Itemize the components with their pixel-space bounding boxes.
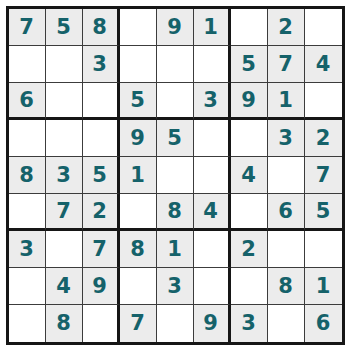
cell-r3c6[interactable]: 3 xyxy=(194,83,231,120)
cell-r5c3[interactable]: 5 xyxy=(83,157,120,194)
cell-r8c9[interactable]: 1 xyxy=(305,268,342,305)
cell-r8c6[interactable] xyxy=(194,268,231,305)
cell-r6c7[interactable] xyxy=(231,194,268,231)
cell-r4c4[interactable]: 9 xyxy=(120,120,157,157)
cell-r1c4[interactable] xyxy=(120,9,157,46)
cell-r7c8[interactable] xyxy=(268,231,305,268)
cell-r7c9[interactable] xyxy=(305,231,342,268)
cell-r1c9[interactable] xyxy=(305,9,342,46)
cell-r2c3[interactable]: 3 xyxy=(83,46,120,83)
cell-r1c1[interactable]: 7 xyxy=(9,9,46,46)
cell-r1c3[interactable]: 8 xyxy=(83,9,120,46)
cell-r8c5[interactable]: 3 xyxy=(157,268,194,305)
cell-r8c4[interactable] xyxy=(120,268,157,305)
cell-r1c7[interactable] xyxy=(231,9,268,46)
cell-r3c1[interactable]: 6 xyxy=(9,83,46,120)
cell-r6c4[interactable] xyxy=(120,194,157,231)
cell-r9c9[interactable]: 6 xyxy=(305,305,342,342)
cell-r7c6[interactable] xyxy=(194,231,231,268)
page: 7589123574653919532835147728465378124938… xyxy=(0,0,350,350)
cell-r8c2[interactable]: 4 xyxy=(46,268,83,305)
cell-r8c3[interactable]: 9 xyxy=(83,268,120,305)
cell-r1c2[interactable]: 5 xyxy=(46,9,83,46)
cell-r5c8[interactable] xyxy=(268,157,305,194)
cell-r2c9[interactable]: 4 xyxy=(305,46,342,83)
cell-r7c4[interactable]: 8 xyxy=(120,231,157,268)
cell-r4c3[interactable] xyxy=(83,120,120,157)
cell-r7c1[interactable]: 3 xyxy=(9,231,46,268)
cell-r9c7[interactable]: 3 xyxy=(231,305,268,342)
cell-r7c3[interactable]: 7 xyxy=(83,231,120,268)
cell-r1c8[interactable]: 2 xyxy=(268,9,305,46)
cell-r3c9[interactable] xyxy=(305,83,342,120)
cell-r7c7[interactable]: 2 xyxy=(231,231,268,268)
cell-r4c9[interactable]: 2 xyxy=(305,120,342,157)
cell-r6c1[interactable] xyxy=(9,194,46,231)
cell-r3c7[interactable]: 9 xyxy=(231,83,268,120)
cell-r9c1[interactable] xyxy=(9,305,46,342)
cell-r3c3[interactable] xyxy=(83,83,120,120)
cell-r2c2[interactable] xyxy=(46,46,83,83)
cell-r6c5[interactable]: 8 xyxy=(157,194,194,231)
cell-r9c4[interactable]: 7 xyxy=(120,305,157,342)
cell-r3c2[interactable] xyxy=(46,83,83,120)
cell-r4c7[interactable] xyxy=(231,120,268,157)
cell-r9c5[interactable] xyxy=(157,305,194,342)
cell-r2c5[interactable] xyxy=(157,46,194,83)
cell-r2c6[interactable] xyxy=(194,46,231,83)
cell-r5c1[interactable]: 8 xyxy=(9,157,46,194)
cell-r2c7[interactable]: 5 xyxy=(231,46,268,83)
cell-r5c6[interactable] xyxy=(194,157,231,194)
sudoku-board: 7589123574653919532835147728465378124938… xyxy=(6,6,345,345)
cell-r4c1[interactable] xyxy=(9,120,46,157)
cell-r8c1[interactable] xyxy=(9,268,46,305)
cell-r6c8[interactable]: 6 xyxy=(268,194,305,231)
cell-r6c3[interactable]: 2 xyxy=(83,194,120,231)
cell-r9c6[interactable]: 9 xyxy=(194,305,231,342)
cell-r1c6[interactable]: 1 xyxy=(194,9,231,46)
cell-r1c5[interactable]: 9 xyxy=(157,9,194,46)
cell-r5c9[interactable]: 7 xyxy=(305,157,342,194)
cell-r3c5[interactable] xyxy=(157,83,194,120)
cell-r2c4[interactable] xyxy=(120,46,157,83)
cell-r6c2[interactable]: 7 xyxy=(46,194,83,231)
cell-r5c4[interactable]: 1 xyxy=(120,157,157,194)
cell-r4c6[interactable] xyxy=(194,120,231,157)
cell-r9c3[interactable] xyxy=(83,305,120,342)
cell-r5c5[interactable] xyxy=(157,157,194,194)
cell-r9c8[interactable] xyxy=(268,305,305,342)
cell-r5c7[interactable]: 4 xyxy=(231,157,268,194)
cell-r6c9[interactable]: 5 xyxy=(305,194,342,231)
cell-r7c5[interactable]: 1 xyxy=(157,231,194,268)
cell-r5c2[interactable]: 3 xyxy=(46,157,83,194)
cell-r7c2[interactable] xyxy=(46,231,83,268)
cell-r4c8[interactable]: 3 xyxy=(268,120,305,157)
cell-r8c7[interactable] xyxy=(231,268,268,305)
cell-r9c2[interactable]: 8 xyxy=(46,305,83,342)
cell-r3c8[interactable]: 1 xyxy=(268,83,305,120)
cell-r6c6[interactable]: 4 xyxy=(194,194,231,231)
cell-r3c4[interactable]: 5 xyxy=(120,83,157,120)
cell-r4c2[interactable] xyxy=(46,120,83,157)
cell-r2c1[interactable] xyxy=(9,46,46,83)
cell-r2c8[interactable]: 7 xyxy=(268,46,305,83)
cell-r8c8[interactable]: 8 xyxy=(268,268,305,305)
cell-r4c5[interactable]: 5 xyxy=(157,120,194,157)
